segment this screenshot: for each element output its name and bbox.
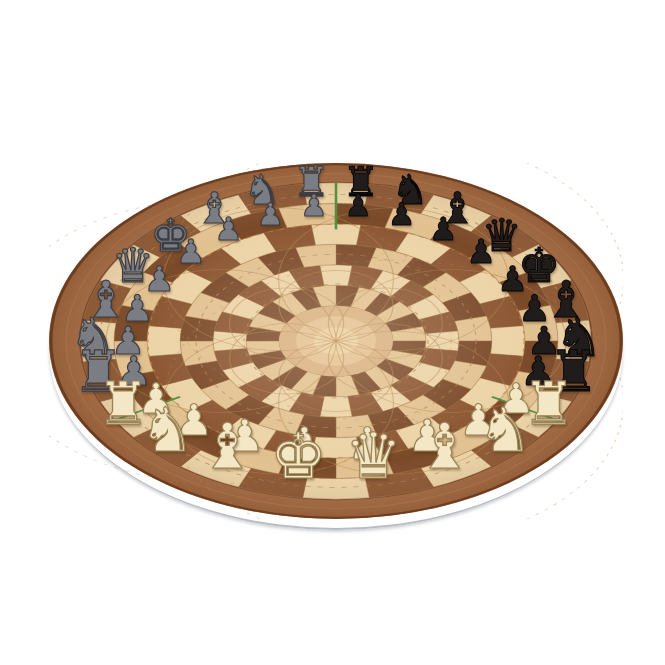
white-knight[interactable]: ♞ [140, 399, 195, 460]
gray-pawn[interactable]: ♟ [214, 214, 243, 246]
board-cell[interactable] [320, 396, 352, 417]
board-cell[interactable] [147, 326, 181, 357]
white-king[interactable]: ♚ [270, 425, 327, 488]
board-cell[interactable] [320, 265, 352, 286]
board-cell[interactable] [425, 331, 459, 351]
gray-pawn[interactable]: ♟ [256, 199, 284, 230]
board-cell[interactable] [213, 331, 247, 351]
black-pawn[interactable]: ♟ [388, 199, 416, 230]
product-photo-three-man-chess: ♜♞♝♛♚♝♞♜♟♟♟♟♟♟♟♟♜♞♝♛♚♝♞♜♟♟♟♟♟♟♟♟♜♞♝♛♚♝♞♜… [0, 0, 665, 665]
black-pawn[interactable]: ♟ [429, 214, 458, 246]
white-bishop[interactable]: ♝ [416, 416, 472, 479]
black-pawn[interactable]: ♟ [344, 191, 371, 221]
white-queen[interactable]: ♛ [345, 425, 402, 488]
black-pawn[interactable]: ♟ [466, 235, 496, 268]
gray-pawn[interactable]: ♟ [176, 235, 206, 268]
gray-pawn[interactable]: ♟ [300, 191, 327, 221]
white-bishop[interactable]: ♝ [199, 416, 255, 479]
white-knight[interactable]: ♞ [477, 399, 532, 460]
